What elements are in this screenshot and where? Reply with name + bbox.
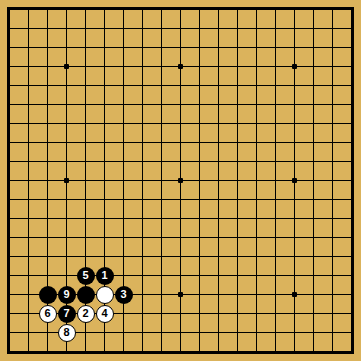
board-intersection[interactable] bbox=[266, 190, 285, 209]
board-intersection[interactable] bbox=[152, 19, 171, 38]
board-intersection[interactable] bbox=[228, 266, 247, 285]
board-intersection[interactable] bbox=[304, 57, 323, 76]
board-intersection[interactable] bbox=[19, 0, 38, 19]
board-intersection[interactable] bbox=[304, 19, 323, 38]
board-intersection[interactable] bbox=[133, 190, 152, 209]
board-intersection[interactable] bbox=[0, 266, 19, 285]
board-intersection[interactable] bbox=[95, 323, 114, 342]
board-intersection[interactable] bbox=[114, 0, 133, 19]
board-intersection[interactable] bbox=[209, 171, 228, 190]
board-intersection[interactable] bbox=[133, 266, 152, 285]
board-intersection[interactable] bbox=[133, 323, 152, 342]
board-intersection[interactable] bbox=[190, 190, 209, 209]
board-intersection[interactable] bbox=[171, 247, 190, 266]
board-intersection[interactable] bbox=[171, 0, 190, 19]
board-intersection[interactable] bbox=[266, 266, 285, 285]
black-stone-move-5[interactable]: 5 bbox=[77, 267, 95, 285]
board-intersection[interactable] bbox=[152, 304, 171, 323]
board-intersection[interactable] bbox=[190, 57, 209, 76]
board-intersection[interactable] bbox=[304, 38, 323, 57]
board-intersection[interactable] bbox=[323, 76, 342, 95]
board-intersection[interactable] bbox=[19, 247, 38, 266]
board-intersection[interactable] bbox=[0, 38, 19, 57]
board-intersection[interactable] bbox=[209, 190, 228, 209]
board-intersection[interactable] bbox=[76, 57, 95, 76]
black-stone-move-9[interactable]: 9 bbox=[58, 286, 76, 304]
board-intersection[interactable] bbox=[76, 190, 95, 209]
board-intersection[interactable] bbox=[171, 19, 190, 38]
board-intersection[interactable] bbox=[114, 247, 133, 266]
white-stone-move-2[interactable]: 2 bbox=[77, 305, 95, 323]
board-intersection[interactable] bbox=[95, 76, 114, 95]
board-intersection[interactable] bbox=[247, 209, 266, 228]
board-intersection[interactable] bbox=[304, 285, 323, 304]
board-intersection[interactable] bbox=[285, 228, 304, 247]
board-intersection[interactable] bbox=[304, 114, 323, 133]
board-intersection[interactable] bbox=[285, 0, 304, 19]
board-intersection[interactable] bbox=[228, 171, 247, 190]
board-intersection[interactable] bbox=[304, 228, 323, 247]
board-intersection[interactable] bbox=[76, 76, 95, 95]
board-intersection[interactable] bbox=[228, 152, 247, 171]
board-intersection[interactable] bbox=[152, 0, 171, 19]
board-intersection[interactable] bbox=[209, 19, 228, 38]
board-intersection[interactable] bbox=[190, 323, 209, 342]
board-intersection[interactable] bbox=[95, 19, 114, 38]
board-intersection[interactable] bbox=[152, 38, 171, 57]
board-intersection[interactable] bbox=[228, 342, 247, 361]
board-intersection[interactable] bbox=[228, 247, 247, 266]
board-intersection[interactable] bbox=[190, 266, 209, 285]
board-intersection[interactable] bbox=[342, 285, 361, 304]
board-intersection[interactable] bbox=[133, 209, 152, 228]
board-intersection[interactable] bbox=[228, 133, 247, 152]
board-intersection[interactable] bbox=[190, 342, 209, 361]
board-intersection[interactable] bbox=[266, 57, 285, 76]
board-intersection[interactable] bbox=[304, 133, 323, 152]
board-intersection[interactable] bbox=[323, 38, 342, 57]
board-intersection[interactable] bbox=[57, 342, 76, 361]
black-stone-e4[interactable] bbox=[77, 286, 95, 304]
board-intersection[interactable] bbox=[228, 57, 247, 76]
board-intersection[interactable] bbox=[38, 247, 57, 266]
board-intersection[interactable] bbox=[0, 247, 19, 266]
board-intersection[interactable] bbox=[95, 247, 114, 266]
board-intersection[interactable] bbox=[38, 266, 57, 285]
board-intersection[interactable] bbox=[285, 95, 304, 114]
board-intersection[interactable] bbox=[190, 114, 209, 133]
board-intersection[interactable] bbox=[247, 0, 266, 19]
board-intersection[interactable] bbox=[228, 76, 247, 95]
board-intersection[interactable] bbox=[152, 152, 171, 171]
board-intersection[interactable] bbox=[323, 190, 342, 209]
board-intersection[interactable] bbox=[38, 95, 57, 114]
board-intersection[interactable] bbox=[266, 209, 285, 228]
board-intersection[interactable] bbox=[342, 304, 361, 323]
board-intersection[interactable] bbox=[190, 38, 209, 57]
board-intersection[interactable] bbox=[342, 152, 361, 171]
board-intersection[interactable] bbox=[133, 171, 152, 190]
board-intersection[interactable] bbox=[114, 266, 133, 285]
board-intersection[interactable] bbox=[0, 190, 19, 209]
board-intersection[interactable] bbox=[342, 57, 361, 76]
board-intersection[interactable] bbox=[285, 76, 304, 95]
board-intersection[interactable] bbox=[95, 152, 114, 171]
board-intersection[interactable] bbox=[323, 285, 342, 304]
board-intersection[interactable] bbox=[133, 95, 152, 114]
board-intersection[interactable] bbox=[171, 190, 190, 209]
board-intersection[interactable] bbox=[57, 95, 76, 114]
board-intersection[interactable] bbox=[133, 152, 152, 171]
board-intersection[interactable] bbox=[76, 38, 95, 57]
board-intersection[interactable] bbox=[38, 342, 57, 361]
board-intersection[interactable] bbox=[57, 114, 76, 133]
board-intersection[interactable] bbox=[190, 228, 209, 247]
board-intersection[interactable] bbox=[133, 304, 152, 323]
board-intersection[interactable] bbox=[285, 247, 304, 266]
board-intersection[interactable] bbox=[323, 114, 342, 133]
board-intersection[interactable] bbox=[266, 152, 285, 171]
board-intersection[interactable] bbox=[171, 209, 190, 228]
board-intersection[interactable] bbox=[285, 323, 304, 342]
board-intersection[interactable] bbox=[247, 228, 266, 247]
board-intersection[interactable] bbox=[95, 38, 114, 57]
board-intersection[interactable] bbox=[285, 190, 304, 209]
board-intersection[interactable] bbox=[247, 342, 266, 361]
board-intersection[interactable] bbox=[0, 95, 19, 114]
board-intersection[interactable] bbox=[304, 342, 323, 361]
board-intersection[interactable] bbox=[133, 19, 152, 38]
board-intersection[interactable] bbox=[304, 190, 323, 209]
board-intersection[interactable] bbox=[171, 228, 190, 247]
board-intersection[interactable] bbox=[152, 57, 171, 76]
board-intersection[interactable] bbox=[38, 152, 57, 171]
board-intersection[interactable] bbox=[285, 152, 304, 171]
board-intersection[interactable] bbox=[266, 304, 285, 323]
board-intersection[interactable] bbox=[285, 19, 304, 38]
board-intersection[interactable] bbox=[76, 171, 95, 190]
board-intersection[interactable] bbox=[266, 114, 285, 133]
board-intersection[interactable] bbox=[342, 266, 361, 285]
board-intersection[interactable] bbox=[76, 0, 95, 19]
board-intersection[interactable] bbox=[38, 38, 57, 57]
board-intersection[interactable] bbox=[171, 266, 190, 285]
board-intersection[interactable] bbox=[19, 114, 38, 133]
white-stone-move-6[interactable]: 6 bbox=[39, 305, 57, 323]
board-intersection[interactable] bbox=[247, 304, 266, 323]
board-intersection[interactable] bbox=[323, 209, 342, 228]
board-intersection[interactable] bbox=[285, 38, 304, 57]
board-intersection[interactable] bbox=[114, 323, 133, 342]
board-intersection[interactable] bbox=[114, 228, 133, 247]
board-intersection[interactable] bbox=[209, 209, 228, 228]
board-intersection[interactable] bbox=[304, 247, 323, 266]
board-intersection[interactable] bbox=[323, 19, 342, 38]
board-intersection[interactable] bbox=[342, 133, 361, 152]
board-intersection[interactable] bbox=[228, 19, 247, 38]
white-stone-f4[interactable] bbox=[96, 286, 114, 304]
board-intersection[interactable] bbox=[0, 342, 19, 361]
board-intersection[interactable] bbox=[209, 76, 228, 95]
board-intersection[interactable] bbox=[228, 209, 247, 228]
board-intersection[interactable] bbox=[342, 38, 361, 57]
board-intersection[interactable] bbox=[95, 228, 114, 247]
board-intersection[interactable] bbox=[247, 285, 266, 304]
board-intersection[interactable] bbox=[19, 76, 38, 95]
board-intersection[interactable] bbox=[228, 304, 247, 323]
board-intersection[interactable] bbox=[304, 76, 323, 95]
board-intersection[interactable] bbox=[0, 171, 19, 190]
board-intersection[interactable] bbox=[114, 304, 133, 323]
board-intersection[interactable] bbox=[342, 190, 361, 209]
board-intersection[interactable] bbox=[209, 266, 228, 285]
board-intersection[interactable] bbox=[171, 342, 190, 361]
board-intersection[interactable] bbox=[19, 228, 38, 247]
board-intersection[interactable] bbox=[323, 323, 342, 342]
board-intersection[interactable] bbox=[133, 0, 152, 19]
board-intersection[interactable] bbox=[304, 323, 323, 342]
board-intersection[interactable] bbox=[57, 247, 76, 266]
board-intersection[interactable] bbox=[114, 190, 133, 209]
board-intersection[interactable] bbox=[190, 19, 209, 38]
board-intersection[interactable] bbox=[323, 342, 342, 361]
board-intersection[interactable] bbox=[209, 342, 228, 361]
board-intersection[interactable] bbox=[38, 171, 57, 190]
board-intersection[interactable] bbox=[114, 114, 133, 133]
board-intersection[interactable] bbox=[19, 152, 38, 171]
board-intersection[interactable] bbox=[342, 114, 361, 133]
board-intersection[interactable] bbox=[152, 323, 171, 342]
board-intersection[interactable] bbox=[38, 57, 57, 76]
board-intersection[interactable] bbox=[152, 342, 171, 361]
board-intersection[interactable] bbox=[0, 152, 19, 171]
board-intersection[interactable] bbox=[209, 304, 228, 323]
board-intersection[interactable] bbox=[285, 133, 304, 152]
board-intersection[interactable] bbox=[247, 95, 266, 114]
board-intersection[interactable] bbox=[228, 190, 247, 209]
board-intersection[interactable] bbox=[57, 0, 76, 19]
board-intersection[interactable] bbox=[57, 228, 76, 247]
board-intersection[interactable] bbox=[323, 228, 342, 247]
board-intersection[interactable] bbox=[342, 323, 361, 342]
board-intersection[interactable] bbox=[266, 171, 285, 190]
board-intersection[interactable] bbox=[209, 57, 228, 76]
board-intersection[interactable] bbox=[19, 57, 38, 76]
board-intersection[interactable] bbox=[190, 95, 209, 114]
board-intersection[interactable] bbox=[38, 114, 57, 133]
board-intersection[interactable] bbox=[0, 57, 19, 76]
board-intersection[interactable] bbox=[209, 323, 228, 342]
board-intersection[interactable] bbox=[0, 228, 19, 247]
board-intersection[interactable] bbox=[114, 95, 133, 114]
board-intersection[interactable] bbox=[304, 152, 323, 171]
board-intersection[interactable] bbox=[209, 0, 228, 19]
board-intersection[interactable] bbox=[57, 209, 76, 228]
board-intersection[interactable] bbox=[19, 209, 38, 228]
board-intersection[interactable] bbox=[19, 95, 38, 114]
board-intersection[interactable] bbox=[114, 133, 133, 152]
board-intersection[interactable] bbox=[95, 209, 114, 228]
board-intersection[interactable] bbox=[57, 19, 76, 38]
board-intersection[interactable] bbox=[266, 19, 285, 38]
board-intersection[interactable] bbox=[171, 304, 190, 323]
board-intersection[interactable] bbox=[247, 57, 266, 76]
board-intersection[interactable] bbox=[190, 209, 209, 228]
board-intersection[interactable] bbox=[95, 342, 114, 361]
board-intersection[interactable] bbox=[266, 76, 285, 95]
board-intersection[interactable] bbox=[152, 247, 171, 266]
board-intersection[interactable] bbox=[304, 209, 323, 228]
board-intersection[interactable] bbox=[247, 114, 266, 133]
board-intersection[interactable] bbox=[323, 133, 342, 152]
board-intersection[interactable] bbox=[133, 57, 152, 76]
board-intersection[interactable] bbox=[114, 19, 133, 38]
board-intersection[interactable] bbox=[76, 133, 95, 152]
board-intersection[interactable] bbox=[114, 57, 133, 76]
board-intersection[interactable] bbox=[152, 228, 171, 247]
board-intersection[interactable] bbox=[247, 133, 266, 152]
board-intersection[interactable] bbox=[95, 0, 114, 19]
black-stone-move-1[interactable]: 1 bbox=[96, 267, 114, 285]
board-intersection[interactable] bbox=[342, 209, 361, 228]
board-intersection[interactable] bbox=[19, 171, 38, 190]
board-intersection[interactable] bbox=[342, 19, 361, 38]
board-intersection[interactable] bbox=[152, 171, 171, 190]
board-intersection[interactable] bbox=[323, 0, 342, 19]
board-intersection[interactable] bbox=[247, 266, 266, 285]
board-intersection[interactable] bbox=[57, 152, 76, 171]
board-intersection[interactable] bbox=[133, 133, 152, 152]
board-intersection[interactable] bbox=[0, 285, 19, 304]
board-intersection[interactable] bbox=[190, 0, 209, 19]
board-intersection[interactable] bbox=[19, 304, 38, 323]
board-intersection[interactable] bbox=[247, 190, 266, 209]
board-intersection[interactable] bbox=[266, 323, 285, 342]
board-intersection[interactable] bbox=[209, 228, 228, 247]
board-intersection[interactable] bbox=[57, 38, 76, 57]
board-intersection[interactable] bbox=[190, 171, 209, 190]
board-intersection[interactable] bbox=[152, 285, 171, 304]
board-intersection[interactable] bbox=[323, 247, 342, 266]
board-intersection[interactable] bbox=[152, 95, 171, 114]
board-intersection[interactable] bbox=[285, 342, 304, 361]
board-intersection[interactable] bbox=[57, 266, 76, 285]
board-intersection[interactable] bbox=[228, 38, 247, 57]
board-intersection[interactable] bbox=[285, 209, 304, 228]
board-intersection[interactable] bbox=[38, 0, 57, 19]
board-intersection[interactable] bbox=[323, 152, 342, 171]
board-intersection[interactable] bbox=[114, 152, 133, 171]
board-intersection[interactable] bbox=[209, 152, 228, 171]
board-intersection[interactable] bbox=[19, 342, 38, 361]
board-intersection[interactable] bbox=[228, 228, 247, 247]
board-intersection[interactable] bbox=[209, 95, 228, 114]
board-intersection[interactable] bbox=[95, 133, 114, 152]
board-intersection[interactable] bbox=[114, 209, 133, 228]
board-intersection[interactable] bbox=[152, 209, 171, 228]
board-intersection[interactable] bbox=[0, 19, 19, 38]
board-intersection[interactable] bbox=[209, 247, 228, 266]
board-intersection[interactable] bbox=[247, 323, 266, 342]
board-intersection[interactable] bbox=[171, 323, 190, 342]
board-intersection[interactable] bbox=[171, 152, 190, 171]
board-intersection[interactable] bbox=[228, 95, 247, 114]
board-intersection[interactable] bbox=[285, 114, 304, 133]
board-intersection[interactable] bbox=[76, 342, 95, 361]
board-intersection[interactable] bbox=[247, 247, 266, 266]
board-intersection[interactable] bbox=[266, 38, 285, 57]
board-intersection[interactable] bbox=[0, 323, 19, 342]
board-intersection[interactable] bbox=[209, 285, 228, 304]
board-intersection[interactable] bbox=[228, 114, 247, 133]
board-intersection[interactable] bbox=[57, 76, 76, 95]
board-intersection[interactable] bbox=[247, 38, 266, 57]
board-intersection[interactable] bbox=[266, 247, 285, 266]
board-intersection[interactable] bbox=[38, 190, 57, 209]
board-intersection[interactable] bbox=[190, 304, 209, 323]
board-intersection[interactable] bbox=[0, 0, 19, 19]
board-intersection[interactable] bbox=[38, 76, 57, 95]
board-intersection[interactable] bbox=[114, 342, 133, 361]
board-intersection[interactable] bbox=[76, 323, 95, 342]
board-intersection[interactable] bbox=[19, 266, 38, 285]
board-intersection[interactable] bbox=[133, 228, 152, 247]
board-intersection[interactable] bbox=[152, 76, 171, 95]
board-intersection[interactable] bbox=[152, 114, 171, 133]
board-intersection[interactable] bbox=[95, 95, 114, 114]
board-intersection[interactable] bbox=[171, 38, 190, 57]
board-intersection[interactable] bbox=[76, 95, 95, 114]
board-intersection[interactable] bbox=[171, 133, 190, 152]
board-intersection[interactable] bbox=[247, 171, 266, 190]
board-intersection[interactable] bbox=[76, 228, 95, 247]
board-intersection[interactable] bbox=[304, 0, 323, 19]
board-intersection[interactable] bbox=[76, 209, 95, 228]
board-intersection[interactable] bbox=[133, 38, 152, 57]
board-intersection[interactable] bbox=[304, 171, 323, 190]
board-intersection[interactable] bbox=[152, 190, 171, 209]
board-intersection[interactable] bbox=[38, 19, 57, 38]
board-intersection[interactable] bbox=[152, 133, 171, 152]
board-intersection[interactable] bbox=[266, 228, 285, 247]
board-intersection[interactable] bbox=[342, 228, 361, 247]
board-intersection[interactable] bbox=[285, 266, 304, 285]
board-intersection[interactable] bbox=[342, 0, 361, 19]
board-intersection[interactable] bbox=[76, 114, 95, 133]
board-intersection[interactable] bbox=[19, 38, 38, 57]
board-intersection[interactable] bbox=[190, 247, 209, 266]
board-intersection[interactable] bbox=[133, 114, 152, 133]
board-intersection[interactable] bbox=[342, 95, 361, 114]
board-intersection[interactable] bbox=[285, 304, 304, 323]
board-intersection[interactable] bbox=[57, 190, 76, 209]
board-intersection[interactable] bbox=[133, 247, 152, 266]
board-intersection[interactable] bbox=[19, 133, 38, 152]
black-stone-c4[interactable] bbox=[39, 286, 57, 304]
board-intersection[interactable] bbox=[247, 19, 266, 38]
board-intersection[interactable] bbox=[266, 342, 285, 361]
board-intersection[interactable] bbox=[190, 152, 209, 171]
board-intersection[interactable] bbox=[95, 171, 114, 190]
board-intersection[interactable] bbox=[209, 114, 228, 133]
board-intersection[interactable] bbox=[266, 0, 285, 19]
board-intersection[interactable] bbox=[95, 114, 114, 133]
white-stone-move-8[interactable]: 8 bbox=[58, 324, 76, 342]
board-intersection[interactable] bbox=[38, 228, 57, 247]
board-intersection[interactable] bbox=[95, 190, 114, 209]
board-intersection[interactable] bbox=[266, 95, 285, 114]
board-intersection[interactable] bbox=[323, 171, 342, 190]
